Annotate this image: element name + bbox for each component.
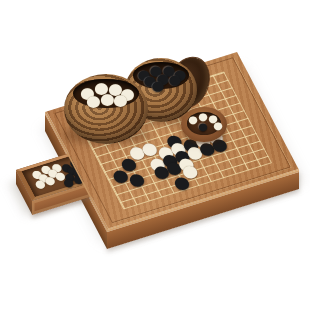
black-stone: ● bbox=[168, 74, 182, 87]
black-stone: ● bbox=[151, 80, 165, 93]
black-stone: ● bbox=[198, 122, 208, 131]
white-stone: ● bbox=[113, 94, 128, 108]
white-stone: ● bbox=[198, 112, 208, 121]
white-stone-bowl: ●●●●●●● bbox=[64, 74, 148, 144]
white-stone: ● bbox=[213, 121, 223, 130]
stone-dish: ●●●●● bbox=[181, 107, 227, 142]
go-set-photo: ●●●●●●●●●●●●●●●●● ●●●●●●●●●●●●●●●●●●●●●●… bbox=[0, 0, 310, 310]
white-stone: ● bbox=[86, 95, 101, 109]
white-stone: ● bbox=[188, 115, 198, 124]
